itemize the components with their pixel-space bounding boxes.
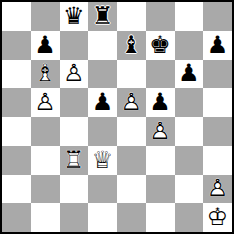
square-h1[interactable]: ♚♔	[203, 203, 232, 232]
black-pawn-piece: ♟	[175, 60, 202, 87]
square-c4[interactable]	[60, 117, 89, 146]
square-g1[interactable]	[175, 203, 204, 232]
white-pawn-piece: ♟♙	[60, 60, 87, 87]
square-e6[interactable]	[117, 60, 146, 89]
square-c7[interactable]	[60, 31, 89, 60]
square-c5[interactable]	[60, 88, 89, 117]
square-b4[interactable]	[31, 117, 60, 146]
square-c8[interactable]: ♛	[60, 2, 89, 31]
black-bishop-piece: ♝	[118, 32, 145, 59]
square-a6[interactable]	[2, 60, 31, 89]
square-b7[interactable]: ♟	[31, 31, 60, 60]
square-g2[interactable]	[175, 175, 204, 204]
square-h4[interactable]	[203, 117, 232, 146]
square-f2[interactable]	[146, 175, 175, 204]
square-g7[interactable]	[175, 31, 204, 60]
square-b1[interactable]	[31, 203, 60, 232]
square-e3[interactable]	[117, 146, 146, 175]
square-a2[interactable]	[2, 175, 31, 204]
square-d5[interactable]: ♟	[88, 88, 117, 117]
square-c3[interactable]: ♜♖	[60, 146, 89, 175]
square-h3[interactable]	[203, 146, 232, 175]
square-c1[interactable]	[60, 203, 89, 232]
square-f1[interactable]	[146, 203, 175, 232]
square-f6[interactable]	[146, 60, 175, 89]
black-rook-piece: ♜	[89, 3, 116, 30]
white-pawn-piece: ♟♙	[118, 89, 145, 116]
white-pawn-piece: ♟♙	[204, 175, 231, 202]
square-a1[interactable]	[2, 203, 31, 232]
square-g8[interactable]	[175, 2, 204, 31]
white-rook-piece: ♜♖	[60, 147, 87, 174]
square-f3[interactable]	[146, 146, 175, 175]
square-h2[interactable]: ♟♙	[203, 175, 232, 204]
black-pawn-piece: ♟	[204, 32, 231, 59]
square-g4[interactable]	[175, 117, 204, 146]
square-g5[interactable]	[175, 88, 204, 117]
square-e7[interactable]: ♝	[117, 31, 146, 60]
square-d1[interactable]	[88, 203, 117, 232]
square-d6[interactable]	[88, 60, 117, 89]
chess-diagram: ♛♜♟♝♚♟♝♗♟♙♟♟♙♟♟♙♟♟♙♜♖♛♕♟♙♚♔	[0, 0, 234, 234]
white-queen-piece: ♛♕	[89, 147, 116, 174]
square-h8[interactable]	[203, 2, 232, 31]
square-b6[interactable]: ♝♗	[31, 60, 60, 89]
black-queen-piece: ♛	[60, 3, 87, 30]
square-h7[interactable]: ♟	[203, 31, 232, 60]
square-b2[interactable]	[31, 175, 60, 204]
square-a5[interactable]	[2, 88, 31, 117]
square-b3[interactable]	[31, 146, 60, 175]
square-b8[interactable]	[31, 2, 60, 31]
square-a4[interactable]	[2, 117, 31, 146]
square-a7[interactable]	[2, 31, 31, 60]
square-e8[interactable]	[117, 2, 146, 31]
black-king-piece: ♚	[147, 32, 174, 59]
black-pawn-piece: ♟	[147, 89, 174, 116]
square-b5[interactable]: ♟♙	[31, 88, 60, 117]
square-g3[interactable]	[175, 146, 204, 175]
square-d4[interactable]	[88, 117, 117, 146]
square-d8[interactable]: ♜	[88, 2, 117, 31]
square-f7[interactable]: ♚	[146, 31, 175, 60]
square-d7[interactable]	[88, 31, 117, 60]
white-king-piece: ♚♔	[204, 204, 231, 231]
white-pawn-piece: ♟♙	[32, 89, 59, 116]
square-e1[interactable]	[117, 203, 146, 232]
black-pawn-piece: ♟	[89, 89, 116, 116]
square-f4[interactable]: ♟♙	[146, 117, 175, 146]
square-a8[interactable]	[2, 2, 31, 31]
square-d3[interactable]: ♛♕	[88, 146, 117, 175]
square-h5[interactable]	[203, 88, 232, 117]
square-e2[interactable]	[117, 175, 146, 204]
square-h6[interactable]	[203, 60, 232, 89]
white-bishop-piece: ♝♗	[32, 60, 59, 87]
square-c2[interactable]	[60, 175, 89, 204]
square-d2[interactable]	[88, 175, 117, 204]
square-e5[interactable]: ♟♙	[117, 88, 146, 117]
black-pawn-piece: ♟	[32, 32, 59, 59]
square-c6[interactable]: ♟♙	[60, 60, 89, 89]
white-pawn-piece: ♟♙	[147, 118, 174, 145]
square-a3[interactable]	[2, 146, 31, 175]
square-g6[interactable]: ♟	[175, 60, 204, 89]
square-e4[interactable]	[117, 117, 146, 146]
square-f8[interactable]	[146, 2, 175, 31]
square-f5[interactable]: ♟	[146, 88, 175, 117]
chess-board: ♛♜♟♝♚♟♝♗♟♙♟♟♙♟♟♙♟♟♙♜♖♛♕♟♙♚♔	[0, 0, 234, 234]
